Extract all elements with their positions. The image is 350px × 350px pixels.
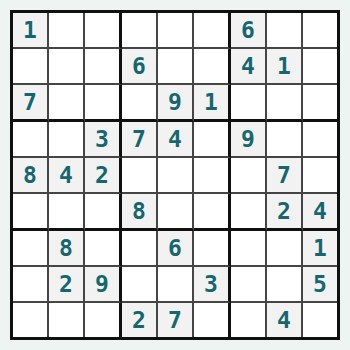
cell-r9c7[interactable] xyxy=(231,303,267,337)
cell-r5c8[interactable]: 7 xyxy=(267,158,303,194)
cell-r1c5[interactable] xyxy=(158,13,194,49)
cell-r1c4[interactable] xyxy=(122,13,158,49)
page-background: 16641791374984278248612935274 xyxy=(0,0,350,350)
cell-r9c8[interactable]: 4 xyxy=(267,303,303,337)
cell-r9c2[interactable] xyxy=(49,303,85,337)
cell-r1c8[interactable] xyxy=(267,13,303,49)
cell-r4c9[interactable] xyxy=(303,122,337,158)
cell-r6c9[interactable]: 4 xyxy=(303,194,337,231)
cell-r5c3[interactable]: 2 xyxy=(85,158,122,194)
cell-r3c8[interactable] xyxy=(267,85,303,122)
cell-r4c5[interactable]: 4 xyxy=(158,122,194,158)
cell-r5c9[interactable] xyxy=(303,158,337,194)
cell-r9c5[interactable]: 7 xyxy=(158,303,194,337)
cell-r1c1[interactable]: 1 xyxy=(13,13,49,49)
cell-r7c8[interactable] xyxy=(267,231,303,267)
cell-r4c4[interactable]: 7 xyxy=(122,122,158,158)
cell-r3c5[interactable]: 9 xyxy=(158,85,194,122)
cell-r9c1[interactable] xyxy=(13,303,49,337)
cell-r4c7[interactable]: 9 xyxy=(231,122,267,158)
cell-r4c8[interactable] xyxy=(267,122,303,158)
cell-r9c9[interactable] xyxy=(303,303,337,337)
cell-r9c3[interactable] xyxy=(85,303,122,337)
cell-r7c9[interactable]: 1 xyxy=(303,231,337,267)
cell-r5c5[interactable] xyxy=(158,158,194,194)
cell-r6c3[interactable] xyxy=(85,194,122,231)
cell-r7c1[interactable] xyxy=(13,231,49,267)
cell-r6c6[interactable] xyxy=(194,194,231,231)
cell-r3c2[interactable] xyxy=(49,85,85,122)
cell-r5c1[interactable]: 8 xyxy=(13,158,49,194)
cell-r7c5[interactable]: 6 xyxy=(158,231,194,267)
cell-r2c1[interactable] xyxy=(13,49,49,85)
cell-r1c2[interactable] xyxy=(49,13,85,49)
cell-r1c6[interactable] xyxy=(194,13,231,49)
cell-r1c7[interactable]: 6 xyxy=(231,13,267,49)
cell-r6c5[interactable] xyxy=(158,194,194,231)
cell-r7c2[interactable]: 8 xyxy=(49,231,85,267)
cell-r2c7[interactable]: 4 xyxy=(231,49,267,85)
cell-r8c9[interactable]: 5 xyxy=(303,267,337,303)
cell-r8c4[interactable] xyxy=(122,267,158,303)
cell-r1c9[interactable] xyxy=(303,13,337,49)
cell-r2c8[interactable]: 1 xyxy=(267,49,303,85)
cell-r9c6[interactable] xyxy=(194,303,231,337)
cell-r8c3[interactable]: 9 xyxy=(85,267,122,303)
cell-r3c4[interactable] xyxy=(122,85,158,122)
cell-r5c2[interactable]: 4 xyxy=(49,158,85,194)
cell-r1c3[interactable] xyxy=(85,13,122,49)
cell-r4c3[interactable]: 3 xyxy=(85,122,122,158)
cell-r6c4[interactable]: 8 xyxy=(122,194,158,231)
cell-r3c6[interactable]: 1 xyxy=(194,85,231,122)
cell-r2c3[interactable] xyxy=(85,49,122,85)
cell-r6c2[interactable] xyxy=(49,194,85,231)
sudoku-board: 16641791374984278248612935274 xyxy=(10,10,340,340)
cell-r9c4[interactable]: 2 xyxy=(122,303,158,337)
cell-r7c7[interactable] xyxy=(231,231,267,267)
cell-r6c8[interactable]: 2 xyxy=(267,194,303,231)
cell-r8c7[interactable] xyxy=(231,267,267,303)
cell-r3c9[interactable] xyxy=(303,85,337,122)
cell-r4c2[interactable] xyxy=(49,122,85,158)
cell-r3c1[interactable]: 7 xyxy=(13,85,49,122)
cell-r2c9[interactable] xyxy=(303,49,337,85)
cell-r8c6[interactable]: 3 xyxy=(194,267,231,303)
cell-r8c8[interactable] xyxy=(267,267,303,303)
cell-r4c6[interactable] xyxy=(194,122,231,158)
cell-r6c7[interactable] xyxy=(231,194,267,231)
cell-r4c1[interactable] xyxy=(13,122,49,158)
cell-r5c6[interactable] xyxy=(194,158,231,194)
cell-r2c5[interactable] xyxy=(158,49,194,85)
cell-r7c3[interactable] xyxy=(85,231,122,267)
cell-r2c6[interactable] xyxy=(194,49,231,85)
cell-r8c1[interactable] xyxy=(13,267,49,303)
cell-r5c4[interactable] xyxy=(122,158,158,194)
cell-r6c1[interactable] xyxy=(13,194,49,231)
cell-r3c3[interactable] xyxy=(85,85,122,122)
cell-r3c7[interactable] xyxy=(231,85,267,122)
cell-r7c6[interactable] xyxy=(194,231,231,267)
cell-r8c2[interactable]: 2 xyxy=(49,267,85,303)
cell-r2c4[interactable]: 6 xyxy=(122,49,158,85)
cell-r8c5[interactable] xyxy=(158,267,194,303)
cell-r2c2[interactable] xyxy=(49,49,85,85)
cell-r7c4[interactable] xyxy=(122,231,158,267)
cell-r5c7[interactable] xyxy=(231,158,267,194)
